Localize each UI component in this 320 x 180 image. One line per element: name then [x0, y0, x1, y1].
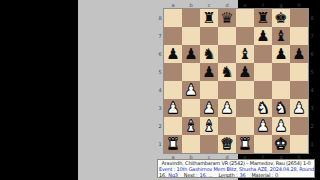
square-b1 [182, 135, 200, 153]
square-e4 [236, 81, 254, 99]
coord-label: a [164, 2, 182, 9]
coord-label: 3 [308, 99, 316, 117]
square-e3 [236, 99, 254, 117]
square-f7: ♟ [254, 27, 272, 45]
square-h1 [290, 135, 308, 153]
coord-label: c [200, 2, 218, 9]
white-pawn-piece: ♟ [166, 99, 179, 117]
square-c5: ♟ [200, 63, 218, 81]
black-queen-piece: ♛ [220, 9, 233, 27]
black-bishop-piece: ♝ [238, 45, 251, 63]
square-g1: ♚ [272, 135, 290, 153]
square-h2 [290, 117, 308, 135]
square-d7 [218, 27, 236, 45]
white-pawn-piece: ♟ [202, 99, 215, 117]
black-pawn-piece: ♟ [166, 45, 179, 63]
square-g5 [272, 63, 290, 81]
coord-label: 1 [156, 135, 164, 153]
square-d2 [218, 117, 236, 135]
black-pawn-piece: ♟ [202, 63, 215, 81]
white-pawn-piece: ♟ [292, 99, 305, 117]
length-label: Length : [219, 172, 238, 178]
square-a8 [164, 9, 182, 27]
rank-labels-left: 87654321 [156, 9, 164, 153]
square-c1 [200, 135, 218, 153]
square-c2: ♝ [200, 117, 218, 135]
coord-label: 4 [156, 81, 164, 99]
square-g8: ♚ [272, 9, 290, 27]
coord-label: 5 [308, 63, 316, 81]
white-bishop-piece: ♝ [184, 117, 197, 135]
square-d8: ♛ [218, 9, 236, 27]
square-a7 [164, 27, 182, 45]
square-b2: ♝ [182, 117, 200, 135]
square-e2 [236, 117, 254, 135]
square-a6: ♟ [164, 45, 182, 63]
square-b3 [182, 99, 200, 117]
coord-label: 3 [156, 99, 164, 117]
square-a5 [164, 63, 182, 81]
coord-label: h [290, 2, 308, 9]
square-h4 [290, 81, 308, 99]
video-frame: abcdefgh abcdefgh 87654321 87654321 ♜♛♜♚… [0, 0, 320, 180]
square-f8: ♜ [254, 9, 272, 27]
black-knight-piece: ♞ [220, 63, 233, 81]
square-f2: ♟ [254, 117, 272, 135]
square-c4 [200, 81, 218, 99]
white-pawn-piece: ♟ [184, 81, 197, 99]
black-pawn-piece: ♟ [274, 45, 287, 63]
black-knight-piece: ♞ [202, 45, 215, 63]
coord-label: 6 [156, 45, 164, 63]
square-a1: ♜ [164, 135, 182, 153]
white-pawn-piece: ♟ [220, 99, 233, 117]
square-f6 [254, 45, 272, 63]
coord-label: 1 [308, 135, 316, 153]
square-f3: ♞ [254, 99, 272, 117]
square-h7 [290, 27, 308, 45]
square-h3: ♟ [290, 99, 308, 117]
coord-label: e [236, 2, 254, 9]
material-value: 0 [275, 172, 278, 178]
move-played: Ng3 [168, 172, 178, 178]
white-queen-piece: ♛ [220, 135, 233, 153]
game-caption: Aravindh, Chithambaram VR (2542) – Mamed… [157, 159, 315, 178]
square-d6 [218, 45, 236, 63]
square-b5 [182, 63, 200, 81]
square-e8 [236, 9, 254, 27]
black-pawn-piece: ♟ [238, 63, 251, 81]
black-pawn-piece: ♟ [292, 45, 305, 63]
square-g2: ♟ [272, 117, 290, 135]
square-e1: ♜ [236, 135, 254, 153]
white-king-piece: ♚ [274, 135, 287, 153]
white-knight-piece: ♞ [274, 99, 287, 117]
rank-labels-right: 87654321 [308, 9, 316, 153]
square-h5 [290, 63, 308, 81]
square-c6: ♞ [200, 45, 218, 63]
square-d3: ♟ [218, 99, 236, 117]
black-rook-piece: ♜ [202, 9, 215, 27]
square-g4 [272, 81, 290, 99]
square-a4 [164, 81, 182, 99]
square-d4 [218, 81, 236, 99]
move-number: 16. [159, 172, 166, 178]
black-pawn-piece: ♟ [256, 27, 269, 45]
square-g6: ♟ [272, 45, 290, 63]
square-b4: ♟ [182, 81, 200, 99]
square-g7: ♝ [272, 27, 290, 45]
coord-label: 8 [308, 9, 316, 27]
coord-label: g [272, 2, 290, 9]
square-f1 [254, 135, 272, 153]
coord-label: 7 [308, 27, 316, 45]
square-f4 [254, 81, 272, 99]
white-rook-piece: ♜ [166, 135, 179, 153]
square-e5: ♟ [236, 63, 254, 81]
square-e6: ♝ [236, 45, 254, 63]
black-bishop-piece: ♝ [274, 27, 287, 45]
coord-label: b [182, 2, 200, 9]
white-pawn-piece: ♟ [274, 117, 287, 135]
square-d1: ♛ [218, 135, 236, 153]
next-label: Next : [184, 172, 198, 178]
coord-label: f [254, 2, 272, 9]
status-line: 16. Ng3 Next : 16. ... Length : 36 Mater… [158, 172, 314, 178]
square-b7 [182, 27, 200, 45]
black-king-piece: ♚ [274, 9, 287, 27]
white-bishop-piece: ♝ [202, 117, 215, 135]
square-f5 [254, 63, 272, 81]
next-value: 16. ... [200, 172, 213, 178]
square-e7 [236, 27, 254, 45]
coord-label: 4 [308, 81, 316, 99]
square-c7 [200, 27, 218, 45]
white-knight-piece: ♞ [256, 99, 269, 117]
square-g3: ♞ [272, 99, 290, 117]
square-a3: ♟ [164, 99, 182, 117]
coord-label: 7 [156, 27, 164, 45]
coord-label: d [218, 2, 236, 9]
file-labels-top: abcdefgh [164, 2, 308, 9]
coord-label: 5 [156, 63, 164, 81]
black-rook-piece: ♜ [256, 9, 269, 27]
material-label: Material : [251, 172, 273, 178]
coord-label: 2 [156, 117, 164, 135]
coord-label: 2 [308, 117, 316, 135]
length-value: 36 [239, 172, 245, 178]
square-c8: ♜ [200, 9, 218, 27]
white-rook-piece: ♜ [238, 135, 251, 153]
chess-board: ♜♛♜♚♟♝♟♟♞♝♟♟♟♞♟♟♟♟♟♞♞♟♝♝♟♟♜♛♜♚ [164, 9, 308, 153]
square-b8 [182, 9, 200, 27]
square-b6: ♟ [182, 45, 200, 63]
black-pawn-piece: ♟ [184, 45, 197, 63]
square-a2 [164, 117, 182, 135]
board-frame: abcdefgh abcdefgh 87654321 87654321 ♜♛♜♚… [78, 0, 238, 180]
coord-label: 8 [156, 9, 164, 27]
square-h8 [290, 9, 308, 27]
coord-label: 6 [308, 45, 316, 63]
white-pawn-piece: ♟ [256, 117, 269, 135]
square-h6: ♟ [290, 45, 308, 63]
square-d5: ♞ [218, 63, 236, 81]
square-c3: ♟ [200, 99, 218, 117]
